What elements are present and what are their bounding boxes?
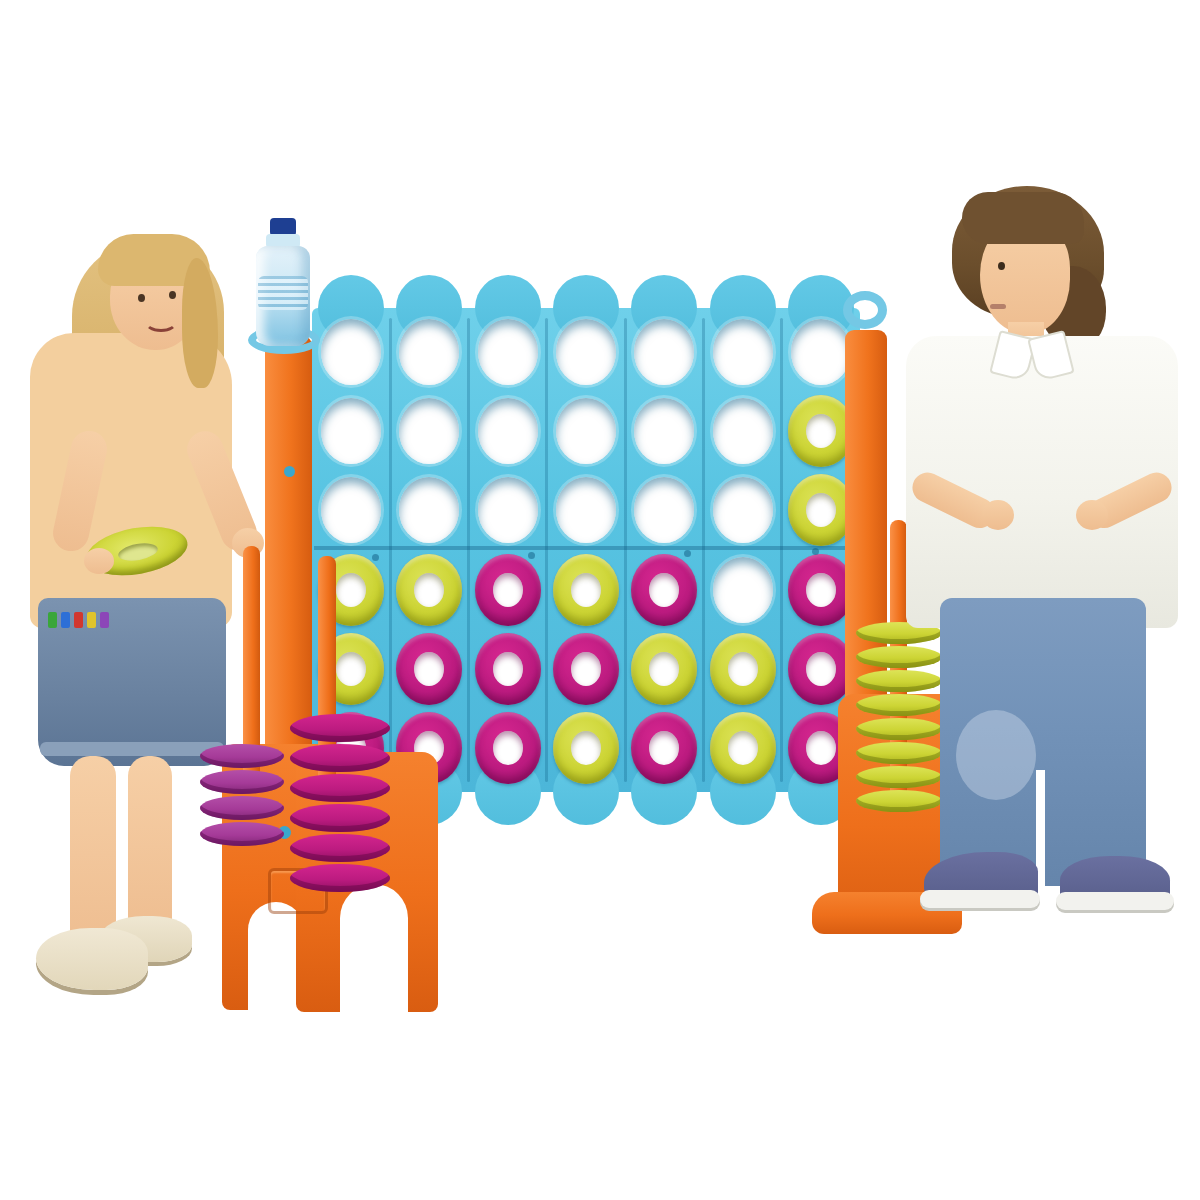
cell-r3c2 <box>390 471 468 550</box>
purple-stack-disc <box>200 744 284 768</box>
disc-center-hole <box>728 652 758 686</box>
cell-r1c6 <box>703 312 781 391</box>
boy <box>890 170 1200 940</box>
cell-r2c4 <box>547 391 625 470</box>
cell-r5c5 <box>625 629 703 708</box>
cell-r6c3 <box>469 709 547 788</box>
cell-r4c2 <box>390 550 468 629</box>
yellow-disc <box>396 554 462 626</box>
column-seam <box>780 318 783 782</box>
girl-leg-back <box>128 756 172 936</box>
empty-hole <box>399 319 459 385</box>
left-post-knob-upper <box>284 466 295 477</box>
empty-hole <box>478 477 538 543</box>
empty-hole <box>478 319 538 385</box>
disc-center-hole <box>493 573 523 607</box>
cell-r4c4 <box>547 550 625 629</box>
empty-hole <box>634 398 694 464</box>
magenta-disc <box>788 633 854 705</box>
disc-center-hole <box>649 731 679 765</box>
cell-r4c5 <box>625 550 703 629</box>
magenta-disc <box>788 554 854 626</box>
cell-r2c3 <box>469 391 547 470</box>
purple-stack-disc <box>200 796 284 820</box>
girl-shoe-front <box>36 928 148 990</box>
disc-center-hole <box>571 652 601 686</box>
yellow-disc <box>710 712 776 784</box>
boy-left-hand <box>982 500 1014 530</box>
disc-center-hole <box>493 652 523 686</box>
disc-center-hole <box>336 573 366 607</box>
column-seam <box>389 318 392 782</box>
cell-r2c2 <box>390 391 468 470</box>
yellow-disc <box>788 474 854 546</box>
disc-center-hole <box>414 573 444 607</box>
empty-hole <box>399 398 459 464</box>
boy-eye <box>998 262 1005 270</box>
disc-center-hole <box>414 652 444 686</box>
column-seam <box>467 318 470 782</box>
screw-dot <box>528 552 535 559</box>
c4-grid <box>312 312 860 788</box>
empty-hole <box>634 477 694 543</box>
girl-eye-left <box>138 294 145 302</box>
purple-stack-disc <box>200 822 284 846</box>
purple-stack-disc <box>200 770 284 794</box>
disc-center-hole <box>728 731 758 765</box>
cell-r6c6 <box>703 709 781 788</box>
bottle-ribs <box>258 276 308 310</box>
disc-center-hole <box>806 652 836 686</box>
cell-r6c5 <box>625 709 703 788</box>
column-seam <box>702 318 705 782</box>
yellow-disc <box>788 395 854 467</box>
magenta-stack-disc <box>290 774 390 802</box>
column-seam <box>545 318 548 782</box>
cell-r2c6 <box>703 391 781 470</box>
boy-sneaker-right-sole <box>1056 892 1174 910</box>
empty-hole <box>556 319 616 385</box>
cell-r6c4 <box>547 709 625 788</box>
product-photo-scene <box>0 0 1200 1200</box>
empty-hole <box>634 319 694 385</box>
disc-center-hole <box>806 493 836 527</box>
empty-hole <box>713 477 773 543</box>
cell-r3c6 <box>703 471 781 550</box>
cell-r1c5 <box>625 312 703 391</box>
girl-smile <box>144 310 178 332</box>
magenta-stack-disc <box>290 804 390 832</box>
cell-r2c5 <box>625 391 703 470</box>
clip <box>74 612 83 628</box>
screw-dot <box>812 548 819 555</box>
cell-r1c4 <box>547 312 625 391</box>
yellow-disc <box>710 633 776 705</box>
cell-r4c3 <box>469 550 547 629</box>
empty-hole <box>713 398 773 464</box>
water-bottle <box>252 218 312 348</box>
empty-hole <box>321 477 381 543</box>
magenta-disc <box>631 712 697 784</box>
magenta-disc <box>631 554 697 626</box>
screw-dot <box>372 554 379 561</box>
yellow-disc <box>631 633 697 705</box>
clip <box>48 612 57 628</box>
clip <box>100 612 109 628</box>
left-rear-purple-stack <box>200 744 284 848</box>
girl-shorts-hem <box>40 742 224 756</box>
empty-hole <box>321 398 381 464</box>
empty-hole <box>399 477 459 543</box>
cell-r1c1 <box>312 312 390 391</box>
disc-center-hole <box>649 652 679 686</box>
magenta-disc <box>475 712 541 784</box>
boy-fringe <box>962 192 1084 244</box>
magenta-disc <box>475 633 541 705</box>
boy-mouth <box>990 304 1006 309</box>
cell-r5c6 <box>703 629 781 708</box>
disc-center-hole <box>806 731 836 765</box>
left-front-arch-cutout <box>340 884 408 1012</box>
boy-sneaker-left-sole <box>920 890 1040 908</box>
girl-eye-right <box>169 291 176 299</box>
disc-center-hole <box>336 652 366 686</box>
empty-hole <box>321 319 381 385</box>
cell-r5c3 <box>469 629 547 708</box>
disc-center-hole <box>806 414 836 448</box>
cell-r4c6 <box>703 550 781 629</box>
cell-r3c3 <box>469 471 547 550</box>
empty-hole <box>478 398 538 464</box>
right-leg-arch-cutout <box>866 940 930 1000</box>
board-mid-seam <box>314 546 858 550</box>
girl-left-hand <box>84 548 114 574</box>
connect4-board <box>312 308 860 792</box>
right-hook-ring <box>843 291 887 329</box>
empty-hole <box>791 319 851 385</box>
magenta-stack-disc <box>290 834 390 862</box>
empty-hole <box>713 319 773 385</box>
cell-r1c2 <box>390 312 468 391</box>
magenta-stack-disc <box>290 714 390 742</box>
cell-r1c3 <box>469 312 547 391</box>
disc-center-hole <box>493 731 523 765</box>
column-seam <box>624 318 627 782</box>
cell-r3c4 <box>547 471 625 550</box>
cell-r5c2 <box>390 629 468 708</box>
empty-hole <box>556 398 616 464</box>
boy-jeans-knee-fade <box>956 710 1036 800</box>
girl-waist-clips <box>48 612 122 628</box>
cell-r3c5 <box>625 471 703 550</box>
screw-dot <box>684 550 691 557</box>
magenta-stack-disc <box>290 864 390 892</box>
cell-r2c1 <box>312 391 390 470</box>
cell-r3c1 <box>312 471 390 550</box>
magenta-disc <box>553 633 619 705</box>
empty-hole <box>556 477 616 543</box>
disc-center-hole <box>571 731 601 765</box>
cell-r5c4 <box>547 629 625 708</box>
yellow-disc <box>553 554 619 626</box>
disc-center-hole <box>649 573 679 607</box>
girl-leg-front <box>70 756 116 952</box>
yellow-disc <box>553 712 619 784</box>
clip <box>87 612 96 628</box>
disc-center-hole <box>571 573 601 607</box>
magenta-disc <box>396 633 462 705</box>
left-rear-storage-pole <box>243 546 260 776</box>
left-front-magenta-stack <box>290 714 390 894</box>
empty-hole <box>713 557 773 623</box>
boy-right-hand <box>1076 500 1108 530</box>
magenta-disc <box>475 554 541 626</box>
magenta-stack-disc <box>290 744 390 772</box>
disc-center-hole <box>806 573 836 607</box>
clip <box>61 612 70 628</box>
